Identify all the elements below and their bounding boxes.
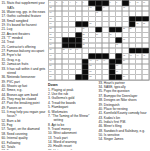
- grid-cell: [95, 75, 102, 80]
- cell-number: 29: [96, 33, 98, 35]
- cell-number: 50: [123, 59, 125, 61]
- cell-number: 51: [49, 65, 51, 67]
- cell-number: 3: [63, 1, 64, 3]
- clue-item: 54. Singer James: [99, 137, 150, 141]
- cell-number: 10: [136, 1, 138, 3]
- grid-cell: [62, 75, 69, 80]
- cell-number: 2: [56, 1, 57, 3]
- across-clue-column: 15. Stats that supplement your SATs16. W…: [2, 1, 47, 150]
- cell-number: 28: [83, 33, 85, 35]
- cell-number: 43: [130, 54, 132, 56]
- cell-number: 18: [49, 17, 51, 19]
- cell-number: 15: [123, 6, 125, 8]
- cell-number: 30: [110, 33, 112, 35]
- cell-number: 31: [49, 38, 51, 40]
- cell-number: 16: [49, 12, 51, 14]
- cell-number: 26: [130, 27, 132, 29]
- cell-number: 49: [103, 59, 105, 61]
- down-clues-left-list: 1. Playing at peak2. Use the rub3. Guill…: [48, 88, 97, 151]
- cell-number: 8: [116, 1, 117, 3]
- cell-number: 27: [49, 33, 51, 35]
- cell-number: 21: [136, 22, 138, 24]
- cell-number: 4: [69, 1, 70, 3]
- cell-number: 17: [96, 12, 98, 14]
- cell-number: 42: [123, 54, 125, 56]
- cell-number: 55: [89, 70, 91, 72]
- cell-number: 46: [49, 59, 51, 61]
- cell-number: 38: [63, 49, 65, 51]
- cell-number: 57: [49, 75, 51, 77]
- cell-number: 45: [143, 54, 145, 56]
- cell-number: 36: [116, 43, 118, 45]
- cell-number: 12: [49, 6, 51, 8]
- clue-item: 51. It may help you regain your focus?: [2, 110, 47, 119]
- cell-number: 59: [123, 75, 125, 77]
- cell-number: 24: [83, 27, 85, 29]
- cell-number: 48: [96, 59, 98, 61]
- down-clue-column-right: 33. Heart's partner34. SASE, typically35…: [99, 81, 150, 142]
- cell-number: 58: [89, 75, 91, 77]
- down-clue-column-left: Down 1. Playing at peak2. Use the rub3. …: [48, 83, 97, 151]
- grid-cell: [69, 75, 76, 80]
- cell-number: 32: [83, 38, 85, 40]
- crossword-page: 15. Stats that supplement your SATs16. W…: [0, 0, 150, 150]
- cell-number: 7: [110, 1, 111, 3]
- black-cell: [75, 75, 82, 80]
- cell-number: 6: [83, 1, 84, 3]
- cell-number: 52: [89, 65, 91, 67]
- cell-number: 34: [49, 43, 51, 45]
- cell-number: 39: [69, 49, 71, 51]
- cell-number: 53: [116, 65, 118, 67]
- cell-number: 20: [89, 22, 91, 24]
- clue-item: 7. "The Taming of the Shrew" setting: [48, 114, 97, 123]
- black-cell: [115, 75, 122, 80]
- cell-number: 13: [89, 6, 91, 8]
- cell-number: 47: [89, 59, 91, 61]
- clue-item: 63. Drains: [2, 149, 47, 150]
- grid-cell: [142, 75, 149, 80]
- cell-number: 19: [49, 22, 51, 24]
- cell-number: 1: [49, 1, 50, 3]
- cell-number: 23: [49, 27, 51, 29]
- cell-number: 56: [116, 70, 118, 72]
- clue-item: 15. Stats that supplement your SATs: [2, 1, 47, 10]
- crossword-grid: 1234567891011121314151617181920212223242…: [48, 0, 149, 80]
- clue-item: 33. It has salt within it and gets stirr…: [2, 66, 47, 75]
- grid-cell: 58: [89, 75, 96, 80]
- cell-number: 9: [130, 1, 131, 3]
- cell-number: 22: [143, 22, 145, 24]
- cell-number: 5: [76, 1, 77, 3]
- cell-number: 33: [123, 38, 125, 40]
- cell-number: 41: [49, 54, 51, 56]
- cell-number: 54: [49, 70, 51, 72]
- grid-cell: [129, 75, 136, 80]
- grid-cell: 57: [49, 75, 56, 80]
- cell-number: 35: [83, 43, 85, 45]
- grid-cell: [136, 75, 143, 80]
- cell-number: 25: [123, 27, 125, 29]
- cell-number: 37: [49, 49, 51, 51]
- cell-number: 44: [136, 54, 138, 56]
- cell-number: 14: [103, 6, 105, 8]
- cell-number: 40: [76, 49, 78, 51]
- page: 15. Stats that supplement your SATs16. W…: [0, 0, 150, 150]
- grid-cell: [102, 75, 109, 80]
- grid-cell: 59: [122, 75, 129, 80]
- black-cell: [109, 75, 116, 80]
- grid-cell: [55, 75, 62, 80]
- cell-number: 11: [143, 1, 145, 3]
- clue-item: 26. He's no gentleman: [48, 148, 97, 150]
- black-cell: [82, 75, 89, 80]
